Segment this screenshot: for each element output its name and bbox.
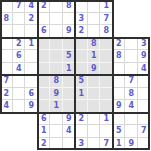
cell-r4c4[interactable] <box>50 50 63 63</box>
cell-r3c6[interactable] <box>75 38 88 51</box>
cell-r3c7[interactable]: 8 <box>88 38 101 51</box>
cell-r10c6[interactable] <box>75 125 88 138</box>
cell-r10c3[interactable]: 1 <box>38 125 51 138</box>
cell-r10c4[interactable] <box>50 125 63 138</box>
outside-area <box>138 13 151 26</box>
cell-r10c10[interactable] <box>125 125 138 138</box>
cell-r9c3[interactable]: 6 <box>38 113 51 126</box>
cell-r7c4[interactable]: 9 <box>50 88 63 101</box>
cell-r9c6[interactable]: 2 <box>75 113 88 126</box>
box-border-line <box>148 37 150 151</box>
cell-r10c7[interactable] <box>88 125 101 138</box>
cell-r9c10[interactable] <box>125 113 138 126</box>
box-border-line <box>0 37 150 39</box>
cell-r6c3[interactable] <box>38 75 51 88</box>
cell-r7c9[interactable] <box>113 88 126 101</box>
cell-r3c1[interactable]: 2 <box>13 38 26 51</box>
cell-r6c7[interactable] <box>88 75 101 88</box>
cell-r6c6[interactable]: 5 <box>75 75 88 88</box>
cell-r3c10[interactable] <box>125 38 138 51</box>
cell-r1c7[interactable] <box>88 13 101 26</box>
box-border-line <box>0 0 114 2</box>
cell-r6c4[interactable]: 8 <box>50 75 63 88</box>
cell-r7c1[interactable] <box>13 88 26 101</box>
outside-area <box>13 113 26 126</box>
outside-area <box>13 138 26 151</box>
outside-area <box>0 113 13 126</box>
cell-r4c6[interactable] <box>75 50 88 63</box>
sudoku-board: 7428182376928218236518941947857269184919… <box>0 0 150 150</box>
cell-r7c7[interactable] <box>88 88 101 101</box>
box-border-line <box>0 112 150 114</box>
cell-r4c3[interactable] <box>38 50 51 63</box>
cell-r1c6[interactable]: 3 <box>75 13 88 26</box>
cell-r1c3[interactable] <box>38 13 51 26</box>
outside-area <box>113 13 126 26</box>
box-border-line <box>0 74 150 76</box>
box-border-line <box>37 148 151 150</box>
cell-r4c9[interactable]: 8 <box>113 50 126 63</box>
outside-area <box>125 0 138 13</box>
cell-r7c6[interactable]: 1 <box>75 88 88 101</box>
cell-r1c1[interactable] <box>13 13 26 26</box>
outside-area <box>113 0 126 13</box>
outside-area <box>13 125 26 138</box>
cell-r6c9[interactable] <box>113 75 126 88</box>
cell-r4c10[interactable] <box>125 50 138 63</box>
cell-r1c4[interactable] <box>50 13 63 26</box>
cell-r3c3[interactable] <box>38 38 51 51</box>
cell-r3c9[interactable]: 2 <box>113 38 126 51</box>
cell-r4c1[interactable]: 6 <box>13 50 26 63</box>
cell-r9c4[interactable] <box>50 113 63 126</box>
cell-r7c10[interactable]: 8 <box>125 88 138 101</box>
cell-r10c9[interactable]: 5 <box>113 125 126 138</box>
outside-area <box>0 125 13 138</box>
cell-r7c3[interactable] <box>38 88 51 101</box>
cell-r6c10[interactable]: 7 <box>125 75 138 88</box>
outside-area <box>0 138 13 151</box>
cell-r9c7[interactable] <box>88 113 101 126</box>
cell-r3c4[interactable] <box>50 38 63 51</box>
outside-area <box>138 0 151 13</box>
outside-area <box>125 13 138 26</box>
box-border-line <box>0 0 2 114</box>
cell-r6c1[interactable] <box>13 75 26 88</box>
cell-r4c7[interactable]: 1 <box>88 50 101 63</box>
cell-r9c9[interactable] <box>113 113 126 126</box>
